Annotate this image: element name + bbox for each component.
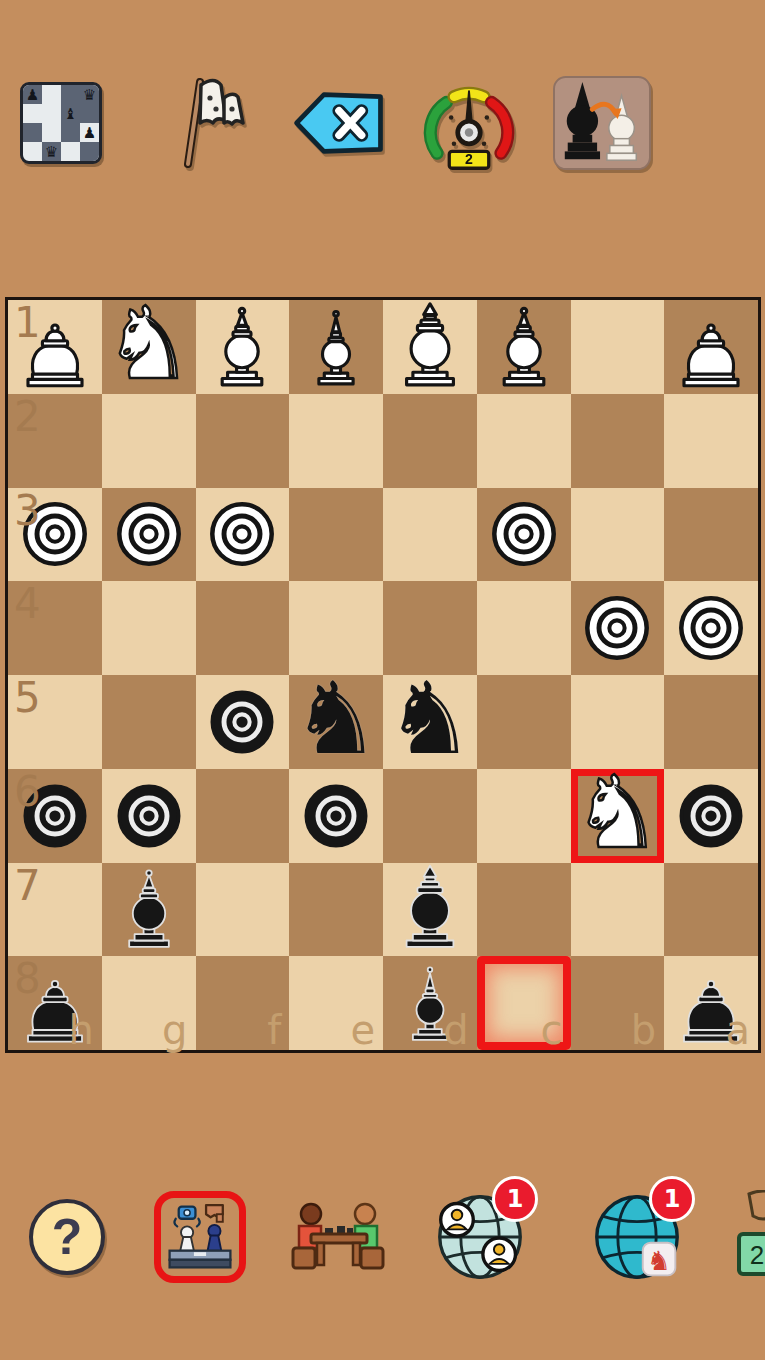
black-pawn-e6: [291, 771, 381, 861]
white-pawn-f3: [197, 489, 287, 579]
square-f5[interactable]: [196, 675, 290, 769]
app-screen: ♟♛♝♟♛ 2: [0, 0, 765, 1360]
square-a1[interactable]: [664, 300, 758, 394]
square-e6[interactable]: [289, 769, 383, 863]
rank-label-7: 7: [14, 863, 41, 909]
square-c2[interactable]: [477, 394, 571, 488]
two-players-button[interactable]: [285, 1196, 391, 1280]
mini-board-cell: [61, 142, 80, 161]
board-setup-button[interactable]: ♟♛♝♟♛: [20, 82, 102, 164]
square-g2[interactable]: [102, 394, 196, 488]
white-bishop-c1: [479, 302, 569, 392]
white-pawn-g3: [104, 489, 194, 579]
square-g3[interactable]: [102, 488, 196, 582]
black-pawn-h6: [10, 771, 100, 861]
difficulty-level: 2: [465, 151, 473, 167]
square-g4[interactable]: [102, 581, 196, 675]
square-h2[interactable]: 2: [8, 394, 102, 488]
square-b2[interactable]: [571, 394, 665, 488]
white-rook-a1: [666, 302, 756, 392]
square-e1[interactable]: [289, 300, 383, 394]
vs-computer-button[interactable]: [154, 1191, 246, 1283]
square-h1[interactable]: 1: [8, 300, 102, 394]
black-bishop-g7: [104, 864, 194, 954]
players-at-table-icon: [285, 1196, 391, 1280]
square-h8[interactable]: 8h: [8, 956, 102, 1050]
white-pawn-h3: [10, 489, 100, 579]
square-g5[interactable]: [102, 675, 196, 769]
file-label-g: g: [162, 1008, 187, 1052]
friends-badge: 1: [492, 1176, 538, 1222]
mini-board-cell: ♛: [42, 142, 61, 161]
square-e8[interactable]: e: [289, 956, 383, 1050]
square-h3[interactable]: 3: [8, 488, 102, 582]
white-knight-g1: ♞: [104, 297, 194, 390]
square-b3[interactable]: [571, 488, 665, 582]
rank-partial-button[interactable]: 2: [735, 1190, 765, 1280]
lobby-badge: 1: [649, 1176, 695, 1222]
square-a5[interactable]: [664, 675, 758, 769]
rank-label-5: 5: [14, 675, 41, 721]
white-pawn-b4: [572, 583, 662, 673]
help-button[interactable]: ?: [29, 1199, 105, 1275]
undo-button[interactable]: [291, 90, 387, 156]
square-d7[interactable]: [383, 863, 477, 957]
square-g7[interactable]: [102, 863, 196, 957]
square-a7[interactable]: [664, 863, 758, 957]
square-b6[interactable]: ♞: [571, 769, 665, 863]
square-d2[interactable]: [383, 394, 477, 488]
black-knight-e5: ♞: [291, 672, 381, 765]
white-bishop-f1: [197, 302, 287, 392]
square-f1[interactable]: [196, 300, 290, 394]
black-queen-d8: [385, 958, 475, 1048]
square-d3[interactable]: [383, 488, 477, 582]
mini-board-cell: ♟: [23, 85, 42, 104]
square-a8[interactable]: a: [664, 956, 758, 1050]
square-d1[interactable]: [383, 300, 477, 394]
mini-board-cell: [23, 142, 42, 161]
square-h7[interactable]: 7: [8, 863, 102, 957]
square-b7[interactable]: [571, 863, 665, 957]
square-c1[interactable]: [477, 300, 571, 394]
swap-pieces-icon: [553, 76, 651, 170]
rank-label-4: 4: [14, 581, 41, 627]
difficulty-button[interactable]: 2: [421, 78, 517, 172]
square-h4[interactable]: 4: [8, 581, 102, 675]
black-pawn-g6: [104, 771, 194, 861]
square-h5[interactable]: 5: [8, 675, 102, 769]
square-c4[interactable]: [477, 581, 571, 675]
square-d8[interactable]: d: [383, 956, 477, 1050]
square-e7[interactable]: [289, 863, 383, 957]
makruk-board: 1♞2345♞♞6♞78hgfedcba: [5, 297, 761, 1053]
square-b8[interactable]: b: [571, 956, 665, 1050]
square-a4[interactable]: [664, 581, 758, 675]
square-a2[interactable]: [664, 394, 758, 488]
white-rook-h1: [10, 302, 100, 392]
square-c7[interactable]: [477, 863, 571, 957]
white-pawn-c3: [479, 489, 569, 579]
mini-board-cell: [61, 123, 80, 142]
square-g8[interactable]: g: [102, 956, 196, 1050]
square-e2[interactable]: [289, 394, 383, 488]
square-f8[interactable]: f: [196, 956, 290, 1050]
square-f2[interactable]: [196, 394, 290, 488]
mini-board-cell: [42, 85, 61, 104]
white-queen-e1: [291, 302, 381, 392]
switch-sides-button[interactable]: [553, 76, 651, 170]
square-g6[interactable]: [102, 769, 196, 863]
white-knight-b6: ♞: [573, 766, 663, 859]
square-c8[interactable]: c: [477, 956, 571, 1050]
back-x-arrow-icon: [291, 90, 387, 156]
square-a3[interactable]: [664, 488, 758, 582]
mini-board-cell: [42, 104, 61, 123]
white-king-d1: [385, 302, 475, 392]
mini-board-cell: [80, 104, 99, 123]
black-knight-d5: ♞: [385, 672, 475, 765]
square-h6[interactable]: 6: [8, 769, 102, 863]
square-d6[interactable]: [383, 769, 477, 863]
trophy-level-icon: 2: [735, 1190, 765, 1280]
svg-text:♞: ♞: [647, 1245, 671, 1276]
black-pawn-f5: [197, 677, 287, 767]
square-f7[interactable]: [196, 863, 290, 957]
square-b4[interactable]: [571, 581, 665, 675]
mini-board-cell: [42, 123, 61, 142]
square-e5[interactable]: ♞: [289, 675, 383, 769]
rank-label-2: 2: [14, 394, 41, 440]
hand-robot-board-icon: [162, 1199, 238, 1275]
mini-board-cell: ♛: [80, 85, 99, 104]
square-c6[interactable]: [477, 769, 571, 863]
white-flag-icon: [164, 76, 248, 168]
mini-board-cell: [80, 142, 99, 161]
mini-board-cell: [23, 123, 42, 142]
file-label-f: f: [267, 1008, 281, 1052]
mini-board-cell: ♟: [80, 123, 99, 142]
square-f4[interactable]: [196, 581, 290, 675]
mini-board-cell: [61, 85, 80, 104]
square-f3[interactable]: [196, 488, 290, 582]
square-g1[interactable]: ♞: [102, 300, 196, 394]
file-label-b: b: [631, 1008, 656, 1052]
mini-board-cell: ♝: [61, 104, 80, 123]
square-e3[interactable]: [289, 488, 383, 582]
rank-level: 2: [750, 1240, 764, 1270]
square-b1[interactable]: [571, 300, 665, 394]
file-label-c: c: [541, 1008, 563, 1052]
white-pawn-a4: [666, 583, 756, 673]
mini-board-cell: [23, 104, 42, 123]
square-a6[interactable]: [664, 769, 758, 863]
black-king-d7: [385, 864, 475, 954]
black-pawn-a6: [666, 771, 756, 861]
gauge-icon: 2: [421, 78, 517, 172]
black-rook-h8: [10, 958, 100, 1048]
file-label-e: e: [350, 1008, 375, 1052]
square-d5[interactable]: ♞: [383, 675, 477, 769]
square-f6[interactable]: [196, 769, 290, 863]
square-c3[interactable]: [477, 488, 571, 582]
black-rook-a8: [666, 958, 756, 1048]
resign-button[interactable]: [164, 76, 248, 168]
square-c5[interactable]: [477, 675, 571, 769]
